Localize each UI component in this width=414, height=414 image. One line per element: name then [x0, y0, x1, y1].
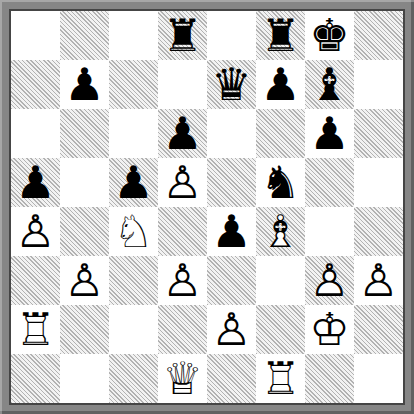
- square-a2[interactable]: ♜♖: [11, 305, 60, 354]
- square-b3[interactable]: ♟♙: [60, 256, 109, 305]
- square-e2[interactable]: ♟♙: [207, 305, 256, 354]
- piece-fill-glyph: ♜: [256, 11, 305, 60]
- piece-white-pawn[interactable]: ♟♙: [305, 256, 354, 305]
- square-e5[interactable]: [207, 158, 256, 207]
- square-d7[interactable]: [158, 60, 207, 109]
- piece-outline-glyph: ♙: [354, 256, 403, 305]
- piece-white-pawn[interactable]: ♟♙: [354, 256, 403, 305]
- piece-outline-glyph: ♙: [207, 305, 256, 354]
- square-h7[interactable]: [354, 60, 403, 109]
- square-d6[interactable]: ♟: [158, 109, 207, 158]
- square-a4[interactable]: ♟♙: [11, 207, 60, 256]
- square-c8[interactable]: [109, 11, 158, 60]
- square-h8[interactable]: [354, 11, 403, 60]
- square-c3[interactable]: [109, 256, 158, 305]
- square-b4[interactable]: [60, 207, 109, 256]
- piece-fill-glyph: ♜: [158, 11, 207, 60]
- square-h1[interactable]: [354, 354, 403, 403]
- square-e3[interactable]: [207, 256, 256, 305]
- piece-white-king[interactable]: ♚♔: [305, 305, 354, 354]
- square-f3[interactable]: [256, 256, 305, 305]
- piece-black-pawn[interactable]: ♟: [256, 60, 305, 109]
- piece-white-pawn[interactable]: ♟♙: [60, 256, 109, 305]
- square-a5[interactable]: ♟: [11, 158, 60, 207]
- square-h3[interactable]: ♟♙: [354, 256, 403, 305]
- square-b6[interactable]: [60, 109, 109, 158]
- square-f7[interactable]: ♟: [256, 60, 305, 109]
- piece-white-rook[interactable]: ♜♖: [11, 305, 60, 354]
- square-h4[interactable]: [354, 207, 403, 256]
- board-inner-rim: ♜♜♚♟♛♟♝♟♟♟♟♟♙♞♟♙♞♘♟♝♗♟♙♟♙♟♙♟♙♜♖♟♙♚♔♛♕♜♖: [9, 9, 405, 405]
- square-e7[interactable]: ♛: [207, 60, 256, 109]
- square-g6[interactable]: ♟: [305, 109, 354, 158]
- square-b8[interactable]: [60, 11, 109, 60]
- square-c4[interactable]: ♞♘: [109, 207, 158, 256]
- square-b2[interactable]: [60, 305, 109, 354]
- piece-white-queen[interactable]: ♛♕: [158, 354, 207, 403]
- piece-white-rook[interactable]: ♜♖: [256, 354, 305, 403]
- piece-black-pawn[interactable]: ♟: [305, 109, 354, 158]
- piece-outline-glyph: ♗: [256, 207, 305, 256]
- piece-fill-glyph: ♛: [207, 60, 256, 109]
- piece-black-bishop[interactable]: ♝: [305, 60, 354, 109]
- piece-outline-glyph: ♙: [158, 158, 207, 207]
- piece-fill-glyph: ♟: [207, 207, 256, 256]
- piece-white-pawn[interactable]: ♟♙: [11, 207, 60, 256]
- square-f2[interactable]: [256, 305, 305, 354]
- square-a3[interactable]: [11, 256, 60, 305]
- square-g1[interactable]: [305, 354, 354, 403]
- piece-white-pawn[interactable]: ♟♙: [207, 305, 256, 354]
- square-f4[interactable]: ♝♗: [256, 207, 305, 256]
- square-b1[interactable]: [60, 354, 109, 403]
- piece-black-pawn[interactable]: ♟: [207, 207, 256, 256]
- square-g2[interactable]: ♚♔: [305, 305, 354, 354]
- piece-outline-glyph: ♙: [11, 207, 60, 256]
- square-e6[interactable]: [207, 109, 256, 158]
- square-f1[interactable]: ♜♖: [256, 354, 305, 403]
- piece-white-pawn[interactable]: ♟♙: [158, 256, 207, 305]
- square-d3[interactable]: ♟♙: [158, 256, 207, 305]
- square-g3[interactable]: ♟♙: [305, 256, 354, 305]
- square-a7[interactable]: [11, 60, 60, 109]
- piece-black-rook[interactable]: ♜: [256, 11, 305, 60]
- square-f6[interactable]: [256, 109, 305, 158]
- square-h2[interactable]: [354, 305, 403, 354]
- piece-white-pawn[interactable]: ♟♙: [158, 158, 207, 207]
- piece-black-pawn[interactable]: ♟: [109, 158, 158, 207]
- square-a8[interactable]: [11, 11, 60, 60]
- square-b5[interactable]: [60, 158, 109, 207]
- square-d2[interactable]: [158, 305, 207, 354]
- square-g7[interactable]: ♝: [305, 60, 354, 109]
- square-e1[interactable]: [207, 354, 256, 403]
- piece-black-knight[interactable]: ♞: [256, 158, 305, 207]
- square-g4[interactable]: [305, 207, 354, 256]
- square-c6[interactable]: [109, 109, 158, 158]
- piece-outline-glyph: ♙: [60, 256, 109, 305]
- piece-black-pawn[interactable]: ♟: [158, 109, 207, 158]
- square-h6[interactable]: [354, 109, 403, 158]
- piece-black-queen[interactable]: ♛: [207, 60, 256, 109]
- square-e4[interactable]: ♟: [207, 207, 256, 256]
- piece-black-pawn[interactable]: ♟: [60, 60, 109, 109]
- square-c1[interactable]: [109, 354, 158, 403]
- piece-black-pawn[interactable]: ♟: [11, 158, 60, 207]
- square-d5[interactable]: ♟♙: [158, 158, 207, 207]
- square-c5[interactable]: ♟: [109, 158, 158, 207]
- piece-outline-glyph: ♙: [158, 256, 207, 305]
- piece-white-bishop[interactable]: ♝♗: [256, 207, 305, 256]
- piece-outline-glyph: ♕: [158, 354, 207, 403]
- piece-outline-glyph: ♖: [256, 354, 305, 403]
- piece-outline-glyph: ♔: [305, 305, 354, 354]
- piece-outline-glyph: ♙: [305, 256, 354, 305]
- piece-outline-glyph: ♘: [109, 207, 158, 256]
- square-b7[interactable]: ♟: [60, 60, 109, 109]
- square-e8[interactable]: [207, 11, 256, 60]
- square-g8[interactable]: ♚: [305, 11, 354, 60]
- piece-outline-glyph: ♖: [11, 305, 60, 354]
- piece-fill-glyph: ♟: [256, 60, 305, 109]
- piece-black-rook[interactable]: ♜: [158, 11, 207, 60]
- square-c7[interactable]: [109, 60, 158, 109]
- piece-fill-glyph: ♞: [256, 158, 305, 207]
- piece-fill-glyph: ♟: [109, 158, 158, 207]
- square-f8[interactable]: ♜: [256, 11, 305, 60]
- piece-fill-glyph: ♝: [305, 60, 354, 109]
- piece-black-king[interactable]: ♚: [305, 11, 354, 60]
- square-c2[interactable]: [109, 305, 158, 354]
- board-frame: ♜♜♚♟♛♟♝♟♟♟♟♟♙♞♟♙♞♘♟♝♗♟♙♟♙♟♙♟♙♜♖♟♙♚♔♛♕♜♖: [0, 0, 414, 414]
- square-d4[interactable]: [158, 207, 207, 256]
- square-g5[interactable]: [305, 158, 354, 207]
- piece-fill-glyph: ♟: [60, 60, 109, 109]
- square-h5[interactable]: [354, 158, 403, 207]
- square-d1[interactable]: ♛♕: [158, 354, 207, 403]
- piece-white-knight[interactable]: ♞♘: [109, 207, 158, 256]
- piece-fill-glyph: ♟: [11, 158, 60, 207]
- square-a6[interactable]: [11, 109, 60, 158]
- piece-fill-glyph: ♚: [305, 11, 354, 60]
- piece-fill-glyph: ♟: [158, 109, 207, 158]
- piece-fill-glyph: ♟: [305, 109, 354, 158]
- square-f5[interactable]: ♞: [256, 158, 305, 207]
- square-a1[interactable]: [11, 354, 60, 403]
- chess-board[interactable]: ♜♜♚♟♛♟♝♟♟♟♟♟♙♞♟♙♞♘♟♝♗♟♙♟♙♟♙♟♙♜♖♟♙♚♔♛♕♜♖: [11, 11, 403, 403]
- square-d8[interactable]: ♜: [158, 11, 207, 60]
